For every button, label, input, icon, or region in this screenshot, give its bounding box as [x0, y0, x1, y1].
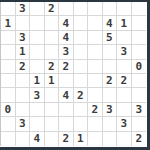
- cell-r3c9[interactable]: [117, 31, 132, 45]
- cell-r9c5[interactable]: [59, 117, 74, 131]
- cell-r7c10[interactable]: [132, 88, 147, 102]
- cell-r3c6[interactable]: [74, 31, 89, 45]
- cell-r9c8[interactable]: [103, 117, 118, 131]
- clue-number: 3: [19, 118, 26, 129]
- cell-r6c8[interactable]: 2: [103, 74, 118, 88]
- clue-number: 3: [120, 46, 127, 57]
- cell-r6c7[interactable]: [88, 74, 103, 88]
- cell-r1c5[interactable]: [59, 2, 74, 16]
- cell-r8c6[interactable]: [74, 103, 89, 117]
- cell-r2c10[interactable]: [132, 16, 147, 30]
- cell-r9c3[interactable]: [30, 117, 45, 131]
- cell-r2c2[interactable]: [16, 16, 31, 30]
- clue-number: 3: [106, 104, 113, 115]
- cell-r3c3[interactable]: [30, 31, 45, 45]
- cell-r5c7[interactable]: [88, 60, 103, 74]
- cell-r2c1[interactable]: 1: [1, 16, 16, 30]
- cell-r10c8[interactable]: [103, 132, 118, 146]
- clue-number: 3: [120, 118, 127, 129]
- cell-r9c1[interactable]: [1, 117, 16, 131]
- cell-r4c10[interactable]: [132, 45, 147, 59]
- clue-number: 1: [4, 18, 11, 29]
- cell-r6c1[interactable]: [1, 74, 16, 88]
- clue-number: 1: [33, 75, 40, 86]
- cell-r1c7[interactable]: [88, 2, 103, 16]
- cell-r7c2[interactable]: [16, 88, 31, 102]
- cell-r5c3[interactable]: [30, 60, 45, 74]
- cell-r10c10[interactable]: 2: [132, 132, 147, 146]
- panel-edge-top: [0, 0, 150, 2]
- cell-r9c10[interactable]: [132, 117, 147, 131]
- cell-r10c1[interactable]: [1, 132, 16, 146]
- panel-edge-bottom: [0, 147, 150, 150]
- cell-r8c1[interactable]: 0: [1, 103, 16, 117]
- cell-r1c6[interactable]: [74, 2, 89, 16]
- cell-r6c9[interactable]: 2: [117, 74, 132, 88]
- cell-r6c4[interactable]: 1: [45, 74, 60, 88]
- clue-number: 3: [19, 3, 26, 14]
- clue-number: 4: [62, 90, 69, 101]
- cell-r5c2[interactable]: 2: [16, 60, 31, 74]
- clue-number: 1: [120, 18, 127, 29]
- panel-edge-right: [147, 0, 150, 150]
- cell-r7c3[interactable]: 3: [30, 88, 45, 102]
- cell-r10c7[interactable]: [88, 132, 103, 146]
- clue-number: 1: [48, 75, 55, 86]
- puzzle-board: 321441345133222011223420233334212: [0, 2, 146, 146]
- clue-number: 2: [62, 61, 69, 72]
- cell-r4c5[interactable]: 3: [59, 45, 74, 59]
- cell-r6c5[interactable]: [59, 74, 74, 88]
- cell-r2c3[interactable]: [30, 16, 45, 30]
- puzzle-stage: 321441345133222011223420233334212: [0, 0, 150, 150]
- cell-r5c9[interactable]: [117, 60, 132, 74]
- cell-r8c8[interactable]: 3: [103, 103, 118, 117]
- cell-r8c9[interactable]: [117, 103, 132, 117]
- clue-number: 2: [91, 104, 98, 115]
- cell-r5c6[interactable]: [74, 60, 89, 74]
- cell-r3c2[interactable]: 3: [16, 31, 31, 45]
- cell-r1c3[interactable]: [30, 2, 45, 16]
- clue-number: 4: [106, 18, 113, 29]
- cell-r8c10[interactable]: 3: [132, 103, 147, 117]
- cell-r9c7[interactable]: [88, 117, 103, 131]
- cell-r2c7[interactable]: [88, 16, 103, 30]
- cell-r7c4[interactable]: [45, 88, 60, 102]
- cell-r4c3[interactable]: [30, 45, 45, 59]
- cell-r5c10[interactable]: 0: [132, 60, 147, 74]
- cell-r9c6[interactable]: [74, 117, 89, 131]
- cell-r5c4[interactable]: 2: [45, 60, 60, 74]
- cell-r10c2[interactable]: [16, 132, 31, 146]
- cell-r7c7[interactable]: [88, 88, 103, 102]
- cell-r4c7[interactable]: [88, 45, 103, 59]
- cell-r3c10[interactable]: [132, 31, 147, 45]
- clue-number: 2: [106, 75, 113, 86]
- cell-r5c8[interactable]: [103, 60, 118, 74]
- cell-r8c3[interactable]: [30, 103, 45, 117]
- cell-r4c4[interactable]: [45, 45, 60, 59]
- cell-r3c4[interactable]: [45, 31, 60, 45]
- cell-r9c4[interactable]: [45, 117, 60, 131]
- clue-number: 2: [19, 61, 26, 72]
- cell-r1c2[interactable]: 3: [16, 2, 31, 16]
- cell-r7c8[interactable]: [103, 88, 118, 102]
- cell-r3c5[interactable]: 4: [59, 31, 74, 45]
- cell-r8c2[interactable]: [16, 103, 31, 117]
- cell-r6c6[interactable]: [74, 74, 89, 88]
- clue-number: 3: [33, 90, 40, 101]
- cell-r1c8[interactable]: [103, 2, 118, 16]
- cell-r10c3[interactable]: 4: [30, 132, 45, 146]
- cell-r5c1[interactable]: [1, 60, 16, 74]
- cell-r7c5[interactable]: 4: [59, 88, 74, 102]
- cell-r6c10[interactable]: [132, 74, 147, 88]
- clue-number: 2: [48, 3, 55, 14]
- clue-number: 2: [120, 75, 127, 86]
- clue-number: 1: [77, 133, 84, 144]
- cell-r4c8[interactable]: [103, 45, 118, 59]
- clue-number: 4: [33, 133, 40, 144]
- cell-r10c5[interactable]: 2: [59, 132, 74, 146]
- cell-r2c8[interactable]: 4: [103, 16, 118, 30]
- cell-r1c1[interactable]: [1, 2, 16, 16]
- cell-r3c1[interactable]: [1, 31, 16, 45]
- cell-r4c6[interactable]: [74, 45, 89, 59]
- clue-number: 2: [62, 133, 69, 144]
- cell-r2c4[interactable]: [45, 16, 60, 30]
- cell-r5c5[interactable]: 2: [59, 60, 74, 74]
- cell-r8c5[interactable]: [59, 103, 74, 117]
- clue-number: 1: [19, 46, 26, 57]
- clue-number: 0: [4, 104, 11, 115]
- cell-r10c4[interactable]: [45, 132, 60, 146]
- cell-r4c9[interactable]: 3: [117, 45, 132, 59]
- cell-r4c2[interactable]: 1: [16, 45, 31, 59]
- clue-number: 4: [62, 32, 69, 43]
- clue-number: 5: [106, 32, 113, 43]
- clue-number: 4: [62, 18, 69, 29]
- cell-r3c7[interactable]: [88, 31, 103, 45]
- clue-number: 2: [135, 133, 142, 144]
- cell-r9c9[interactable]: 3: [117, 117, 132, 131]
- cell-r1c4[interactable]: 2: [45, 2, 60, 16]
- cell-r8c4[interactable]: [45, 103, 60, 117]
- cell-r2c5[interactable]: 4: [59, 16, 74, 30]
- clue-number: 3: [62, 46, 69, 57]
- cell-r10c9[interactable]: [117, 132, 132, 146]
- cell-r4c1[interactable]: [1, 45, 16, 59]
- clue-number: 0: [135, 61, 142, 72]
- clue-number: 2: [77, 90, 84, 101]
- cell-r8c7[interactable]: 2: [88, 103, 103, 117]
- cell-r1c10[interactable]: [132, 2, 147, 16]
- cell-r1c9[interactable]: [117, 2, 132, 16]
- cell-r3c8[interactable]: 5: [103, 31, 118, 45]
- clue-number: 3: [19, 32, 26, 43]
- cell-r7c6[interactable]: 2: [74, 88, 89, 102]
- cell-r9c2[interactable]: 3: [16, 117, 31, 131]
- cell-r10c6[interactable]: 1: [74, 132, 89, 146]
- cell-r7c1[interactable]: [1, 88, 16, 102]
- clue-number: 3: [135, 104, 142, 115]
- cell-r2c6[interactable]: [74, 16, 89, 30]
- clue-number: 2: [48, 61, 55, 72]
- cell-r6c3[interactable]: 1: [30, 74, 45, 88]
- cell-r2c9[interactable]: 1: [117, 16, 132, 30]
- cell-r6c2[interactable]: [16, 74, 31, 88]
- cell-r7c9[interactable]: [117, 88, 132, 102]
